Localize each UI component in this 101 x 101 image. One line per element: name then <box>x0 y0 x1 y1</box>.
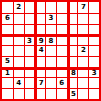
cell-r6c9[interactable] <box>88 56 99 67</box>
cell-r9c1[interactable] <box>2 88 13 99</box>
cell-r1c1[interactable] <box>2 2 13 13</box>
cell-r4c9[interactable] <box>88 34 99 45</box>
cell-r7c7[interactable]: 8 <box>67 67 78 78</box>
cell-r2c4[interactable] <box>34 13 45 24</box>
cell-r1c7[interactable] <box>67 2 78 13</box>
cell-r5c2[interactable] <box>13 45 24 56</box>
cell-r1c4[interactable] <box>34 2 45 13</box>
cell-r4c5[interactable]: 8 <box>45 34 56 45</box>
cell-r8c6[interactable]: 6 <box>56 77 67 88</box>
cell-r4c8[interactable] <box>77 34 88 45</box>
cell-r6c6[interactable] <box>56 56 67 67</box>
cell-r1c6[interactable] <box>56 2 67 13</box>
cell-r9c4[interactable] <box>34 88 45 99</box>
cell-r7c8[interactable] <box>77 67 88 78</box>
cell-r9c7[interactable]: 5 <box>67 88 78 99</box>
cell-r8c9[interactable] <box>88 77 99 88</box>
cell-r6c2[interactable] <box>13 56 24 67</box>
cell-r2c8[interactable] <box>77 13 88 24</box>
cell-r6c8[interactable] <box>77 56 88 67</box>
cell-r9c8[interactable] <box>77 88 88 99</box>
cell-r2c9[interactable] <box>88 13 99 24</box>
cell-r3c7[interactable] <box>67 24 78 35</box>
cell-r8c3[interactable] <box>24 77 35 88</box>
cell-r3c4[interactable] <box>34 24 45 35</box>
cell-r9c2[interactable] <box>13 88 24 99</box>
cell-r3c2[interactable] <box>13 24 24 35</box>
cell-r1c2[interactable]: 2 <box>13 2 24 13</box>
cell-r5c1[interactable] <box>2 45 13 56</box>
cell-r4c7[interactable] <box>67 34 78 45</box>
cell-r6c7[interactable] <box>67 56 78 67</box>
cell-r1c9[interactable] <box>88 2 99 13</box>
cell-r8c4[interactable]: 7 <box>34 77 45 88</box>
cell-r8c5[interactable] <box>45 77 56 88</box>
cell-r2c5[interactable]: 3 <box>45 13 56 24</box>
cell-r7c4[interactable] <box>34 67 45 78</box>
cell-r9c9[interactable] <box>88 88 99 99</box>
cell-r8c2[interactable]: 4 <box>13 77 24 88</box>
cell-r3c5[interactable] <box>45 24 56 35</box>
cell-r8c8[interactable] <box>77 77 88 88</box>
cell-r5c6[interactable] <box>56 45 67 56</box>
cell-r4c2[interactable] <box>13 34 24 45</box>
cell-r7c3[interactable] <box>24 67 35 78</box>
cell-r1c8[interactable]: 7 <box>77 2 88 13</box>
sudoku-board: 27633984251834765 <box>0 0 101 101</box>
cell-r2c7[interactable] <box>67 13 78 24</box>
cell-r7c9[interactable]: 3 <box>88 67 99 78</box>
cell-r7c6[interactable] <box>56 67 67 78</box>
cell-r5c5[interactable] <box>45 45 56 56</box>
cell-r5c7[interactable] <box>67 45 78 56</box>
cell-r6c5[interactable] <box>45 56 56 67</box>
cell-r3c3[interactable] <box>24 24 35 35</box>
cell-r9c3[interactable] <box>24 88 35 99</box>
cell-r1c5[interactable] <box>45 2 56 13</box>
cell-r5c8[interactable]: 2 <box>77 45 88 56</box>
cell-r7c2[interactable] <box>13 67 24 78</box>
cell-r5c3[interactable] <box>24 45 35 56</box>
cell-r3c9[interactable] <box>88 24 99 35</box>
cell-r2c1[interactable]: 6 <box>2 13 13 24</box>
cell-r2c2[interactable] <box>13 13 24 24</box>
cell-r2c6[interactable] <box>56 13 67 24</box>
cell-r6c4[interactable] <box>34 56 45 67</box>
cell-r3c6[interactable] <box>56 24 67 35</box>
cell-r2c3[interactable] <box>24 13 35 24</box>
cell-r4c4[interactable]: 9 <box>34 34 45 45</box>
cell-r1c3[interactable] <box>24 2 35 13</box>
cell-r9c6[interactable] <box>56 88 67 99</box>
cell-r6c1[interactable]: 5 <box>2 56 13 67</box>
cell-r7c5[interactable] <box>45 67 56 78</box>
cell-r6c3[interactable] <box>24 56 35 67</box>
cell-r5c4[interactable]: 4 <box>34 45 45 56</box>
cell-r5c9[interactable] <box>88 45 99 56</box>
cell-r4c6[interactable] <box>56 34 67 45</box>
cell-r9c5[interactable] <box>45 88 56 99</box>
cell-r8c7[interactable] <box>67 77 78 88</box>
cell-r8c1[interactable] <box>2 77 13 88</box>
cell-r4c1[interactable] <box>2 34 13 45</box>
cell-r3c8[interactable] <box>77 24 88 35</box>
cell-r7c1[interactable]: 1 <box>2 67 13 78</box>
cell-r4c3[interactable]: 3 <box>24 34 35 45</box>
cell-r3c1[interactable] <box>2 24 13 35</box>
